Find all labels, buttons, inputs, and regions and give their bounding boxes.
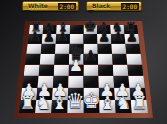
- square-h6[interactable]: [125, 44, 140, 54]
- white-clock-bar[interactable]: White 2:00: [22, 1, 79, 11]
- square-d8[interactable]: [70, 25, 84, 34]
- square-e4[interactable]: [84, 65, 99, 76]
- square-b5[interactable]: [40, 54, 55, 65]
- square-g5[interactable]: [112, 54, 127, 65]
- black-clock-time: 2:00: [121, 3, 139, 10]
- black-pawn-h7[interactable]: ♟: [125, 30, 138, 43]
- black-clock-pointer-icon: [88, 10, 94, 14]
- square-f4[interactable]: [98, 65, 113, 76]
- black-pawn-e5[interactable]: ♟: [83, 49, 98, 64]
- square-b6[interactable]: [41, 44, 56, 54]
- square-g4[interactable]: [113, 65, 129, 76]
- game-window: White 2:00 Black 2:00 ♜♞♝♚♝♞♜♟♟♟♟♟♟♛♟♟♟♟…: [0, 0, 167, 124]
- black-king-e8[interactable]: ♚: [83, 19, 98, 34]
- black-pawn-a7[interactable]: ♟: [28, 30, 41, 43]
- black-pawn-g7[interactable]: ♟: [111, 30, 124, 43]
- square-e7[interactable]: [84, 34, 98, 44]
- square-a5[interactable]: [25, 54, 41, 65]
- square-b4[interactable]: [39, 65, 55, 76]
- white-pawn-d4[interactable]: ♟: [68, 59, 84, 75]
- square-g6[interactable]: [111, 44, 126, 54]
- square-e3[interactable]: [84, 76, 99, 88]
- white-clock-pointer-icon: [24, 10, 30, 14]
- black-clock-label: Black: [92, 3, 110, 9]
- white-rook-h1[interactable]: ♜: [131, 94, 149, 112]
- black-pawn-c7[interactable]: ♟: [56, 30, 69, 43]
- square-a6[interactable]: [26, 44, 41, 54]
- square-f6[interactable]: [97, 44, 112, 54]
- square-d7[interactable]: [70, 34, 84, 44]
- black-clock-bar[interactable]: Black 2:00: [86, 1, 142, 11]
- black-pawn-f7[interactable]: ♟: [98, 30, 111, 43]
- black-pawn-b7[interactable]: ♟: [42, 30, 55, 43]
- square-c4[interactable]: [54, 65, 69, 76]
- square-f5[interactable]: [98, 54, 113, 65]
- square-h4[interactable]: [127, 65, 143, 76]
- square-a4[interactable]: [24, 65, 40, 76]
- square-h5[interactable]: [126, 54, 142, 65]
- white-clock-time: 2:00: [58, 3, 76, 10]
- white-clock-label: White: [28, 3, 48, 9]
- square-d3[interactable]: [68, 76, 83, 88]
